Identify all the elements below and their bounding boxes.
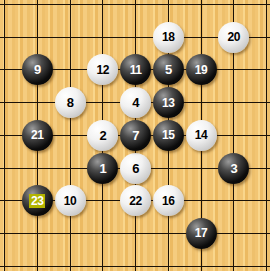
stone-white-8[interactable]: 8 (55, 87, 86, 118)
grid-line-horizontal (0, 266, 270, 267)
stone-move-number: 6 (132, 162, 139, 175)
stone-black-11[interactable]: 11 (120, 54, 151, 85)
stone-black-19[interactable]: 19 (186, 54, 217, 85)
stone-move-number: 2 (99, 129, 106, 142)
stone-white-10[interactable]: 10 (55, 185, 86, 216)
stone-black-3[interactable]: 3 (218, 153, 249, 184)
stone-black-7[interactable]: 7 (120, 120, 151, 151)
last-move-number-highlight: 23 (29, 194, 45, 208)
stone-move-number: 7 (132, 129, 139, 142)
stone-move-number: 17 (195, 227, 207, 239)
stone-move-number: 1 (99, 162, 106, 175)
stone-move-number: 16 (162, 195, 174, 207)
stone-move-number: 3 (230, 162, 237, 175)
stone-move-number: 10 (64, 195, 76, 207)
stone-white-4[interactable]: 4 (120, 87, 151, 118)
stone-black-23[interactable]: 23 (22, 185, 53, 216)
grid-line-horizontal (0, 4, 270, 5)
stone-move-number: 22 (129, 195, 141, 207)
stone-black-1[interactable]: 1 (87, 153, 118, 184)
stone-black-9[interactable]: 9 (22, 54, 53, 85)
stone-move-number: 5 (165, 63, 172, 76)
stone-black-17[interactable]: 17 (186, 218, 217, 249)
stone-white-14[interactable]: 14 (186, 120, 217, 151)
stone-move-number: 11 (130, 64, 142, 76)
stone-white-6[interactable]: 6 (120, 153, 151, 184)
stone-black-13[interactable]: 13 (153, 87, 184, 118)
stone-move-number: 21 (31, 129, 43, 141)
stone-move-number: 20 (228, 31, 240, 43)
go-board[interactable]: 1234567891011121314151617181920212223 (0, 0, 270, 271)
stone-move-number: 4 (132, 96, 139, 109)
stone-move-number: 14 (195, 129, 207, 141)
stone-black-15[interactable]: 15 (153, 120, 184, 151)
stone-black-5[interactable]: 5 (153, 54, 184, 85)
grid-line-horizontal (0, 233, 270, 234)
stone-move-number: 13 (162, 97, 174, 109)
stone-move-number: 19 (195, 64, 207, 76)
stone-white-2[interactable]: 2 (87, 120, 118, 151)
stone-white-16[interactable]: 16 (153, 185, 184, 216)
stone-move-number: 15 (162, 129, 174, 141)
stone-move-number: 18 (162, 31, 174, 43)
stone-move-number: 9 (34, 63, 41, 76)
stone-white-22[interactable]: 22 (120, 185, 151, 216)
stone-white-12[interactable]: 12 (87, 54, 118, 85)
stone-black-21[interactable]: 21 (22, 120, 53, 151)
stone-move-number: 12 (97, 64, 109, 76)
stone-move-number: 8 (67, 96, 74, 109)
stone-white-18[interactable]: 18 (153, 22, 184, 53)
stone-white-20[interactable]: 20 (218, 22, 249, 53)
